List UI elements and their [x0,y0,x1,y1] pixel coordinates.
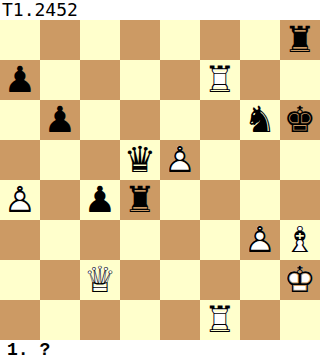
square-d8[interactable] [120,20,160,60]
square-e6[interactable] [160,100,200,140]
square-a4[interactable]: ♟♙ [0,180,40,220]
square-d7[interactable] [120,60,160,100]
piece-white-bishop[interactable]: ♝♗ [280,220,320,260]
square-g3[interactable]: ♟♙ [240,220,280,260]
square-e4[interactable] [160,180,200,220]
square-b2[interactable] [40,260,80,300]
square-a8[interactable] [0,20,40,60]
chess-puzzle-window: T1.2452 ♜♟♜♖♟♞♚♛♟♙♟♙♟♜♟♙♝♗♛♕♚♔♜♖ 1. ? [0,0,320,360]
move-prompt-bar: 1. ? [0,340,320,360]
square-d4[interactable]: ♜ [120,180,160,220]
square-d5[interactable]: ♛ [120,140,160,180]
square-f4[interactable] [200,180,240,220]
square-d6[interactable] [120,100,160,140]
square-c5[interactable] [80,140,120,180]
square-b3[interactable] [40,220,80,260]
square-a1[interactable] [0,300,40,340]
square-g8[interactable] [240,20,280,60]
piece-white-king[interactable]: ♚♔ [280,260,320,300]
piece-white-pawn[interactable]: ♟♙ [160,140,200,180]
white-pawn-icon: ♙ [0,180,40,220]
white-pawn-icon: ♙ [160,140,200,180]
white-king-icon: ♔ [280,260,320,300]
square-c2[interactable]: ♛♕ [80,260,120,300]
square-a3[interactable] [0,220,40,260]
square-f5[interactable] [200,140,240,180]
white-rook-icon: ♖ [200,300,240,340]
chess-board: ♜♟♜♖♟♞♚♛♟♙♟♙♟♜♟♙♝♗♛♕♚♔♜♖ [0,20,320,340]
square-e3[interactable] [160,220,200,260]
square-b6[interactable]: ♟ [40,100,80,140]
square-a5[interactable] [0,140,40,180]
square-b4[interactable] [40,180,80,220]
white-rook-icon: ♖ [200,60,240,100]
square-g2[interactable] [240,260,280,300]
square-d3[interactable] [120,220,160,260]
square-h6[interactable]: ♚ [280,100,320,140]
square-e7[interactable] [160,60,200,100]
square-b1[interactable] [40,300,80,340]
square-a7[interactable]: ♟ [0,60,40,100]
piece-black-queen[interactable]: ♛ [120,140,160,180]
square-f7[interactable]: ♜♖ [200,60,240,100]
square-a2[interactable] [0,260,40,300]
piece-black-king[interactable]: ♚ [280,100,320,140]
square-c7[interactable] [80,60,120,100]
square-f6[interactable] [200,100,240,140]
square-h8[interactable]: ♜ [280,20,320,60]
piece-white-rook[interactable]: ♜♖ [200,60,240,100]
move-prompt: 1. ? [0,340,320,360]
square-b7[interactable] [40,60,80,100]
square-g7[interactable] [240,60,280,100]
piece-black-knight[interactable]: ♞ [240,100,280,140]
square-g6[interactable]: ♞ [240,100,280,140]
piece-black-pawn[interactable]: ♟ [80,180,120,220]
square-f8[interactable] [200,20,240,60]
square-b5[interactable] [40,140,80,180]
piece-white-pawn[interactable]: ♟♙ [0,180,40,220]
square-c6[interactable] [80,100,120,140]
square-h2[interactable]: ♚♔ [280,260,320,300]
puzzle-id: T1.2452 [0,0,320,20]
square-h1[interactable] [280,300,320,340]
square-e8[interactable] [160,20,200,60]
white-pawn-icon: ♙ [240,220,280,260]
square-h3[interactable]: ♝♗ [280,220,320,260]
square-g1[interactable] [240,300,280,340]
square-c4[interactable]: ♟ [80,180,120,220]
square-e1[interactable] [160,300,200,340]
square-g5[interactable] [240,140,280,180]
square-h4[interactable] [280,180,320,220]
square-d1[interactable] [120,300,160,340]
piece-white-queen[interactable]: ♛♕ [80,260,120,300]
piece-black-pawn[interactable]: ♟ [0,60,40,100]
square-d2[interactable] [120,260,160,300]
square-f3[interactable] [200,220,240,260]
square-b8[interactable] [40,20,80,60]
piece-black-rook[interactable]: ♜ [280,20,320,60]
piece-white-rook[interactable]: ♜♖ [200,300,240,340]
puzzle-title-bar: T1.2452 [0,0,320,20]
square-e5[interactable]: ♟♙ [160,140,200,180]
square-g4[interactable] [240,180,280,220]
square-e2[interactable] [160,260,200,300]
square-c3[interactable] [80,220,120,260]
piece-white-pawn[interactable]: ♟♙ [240,220,280,260]
square-c1[interactable] [80,300,120,340]
square-h7[interactable] [280,60,320,100]
square-c8[interactable] [80,20,120,60]
square-f1[interactable]: ♜♖ [200,300,240,340]
piece-black-pawn[interactable]: ♟ [40,100,80,140]
square-h5[interactable] [280,140,320,180]
white-bishop-icon: ♗ [280,220,320,260]
square-a6[interactable] [0,100,40,140]
white-queen-icon: ♕ [80,260,120,300]
piece-black-rook[interactable]: ♜ [120,180,160,220]
square-f2[interactable] [200,260,240,300]
